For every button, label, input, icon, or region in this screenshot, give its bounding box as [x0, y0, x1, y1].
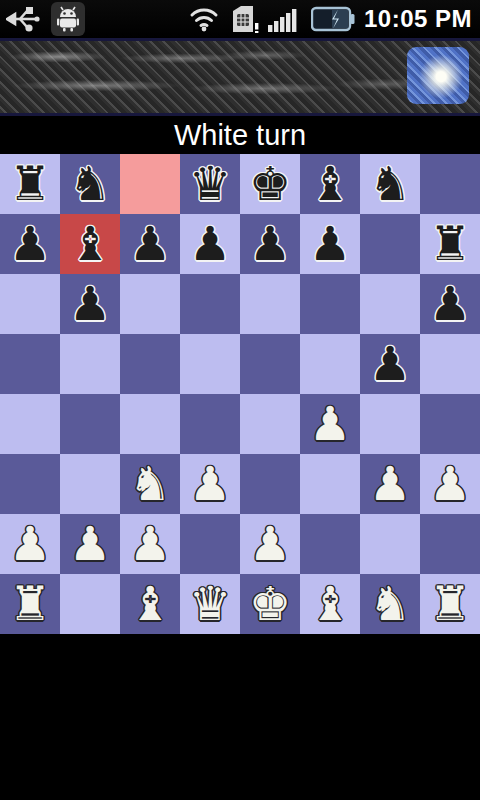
square-h8[interactable] [420, 154, 480, 214]
square-b2[interactable]: ♟ [60, 514, 120, 574]
piece-white-pawn: ♟ [240, 514, 300, 574]
square-f2[interactable] [300, 514, 360, 574]
signal-strength-icon [268, 6, 302, 32]
square-d6[interactable] [180, 274, 240, 334]
sim-card-icon [229, 5, 259, 33]
square-b4[interactable] [60, 394, 120, 454]
square-c8-move-from[interactable] [120, 154, 180, 214]
square-f4[interactable]: ♟ [300, 394, 360, 454]
piece-white-bishop: ♝ [300, 574, 360, 634]
square-g6[interactable] [360, 274, 420, 334]
square-g4[interactable] [360, 394, 420, 454]
square-f1[interactable]: ♝ [300, 574, 360, 634]
square-d8[interactable]: ♛ [180, 154, 240, 214]
square-h5[interactable] [420, 334, 480, 394]
piece-white-king: ♚ [240, 574, 300, 634]
square-g7[interactable] [360, 214, 420, 274]
piece-black-bishop: ♝ [60, 214, 120, 274]
square-h2[interactable] [420, 514, 480, 574]
square-e5[interactable] [240, 334, 300, 394]
piece-black-pawn: ♟ [0, 214, 60, 274]
piece-white-knight: ♞ [360, 574, 420, 634]
adb-debug-icon [51, 2, 85, 36]
square-b8[interactable]: ♞ [60, 154, 120, 214]
piece-white-queen: ♛ [180, 574, 240, 634]
ad-thumbnail [407, 47, 469, 104]
piece-white-pawn: ♟ [300, 394, 360, 454]
status-bar: 10:05 PM [0, 0, 480, 38]
battery-charging-icon [311, 5, 355, 33]
square-d7[interactable]: ♟ [180, 214, 240, 274]
square-d5[interactable] [180, 334, 240, 394]
piece-white-pawn: ♟ [360, 454, 420, 514]
piece-white-pawn: ♟ [60, 514, 120, 574]
square-d3[interactable]: ♟ [180, 454, 240, 514]
square-h3[interactable]: ♟ [420, 454, 480, 514]
square-e4[interactable] [240, 394, 300, 454]
square-a6[interactable] [0, 274, 60, 334]
square-g8[interactable]: ♞ [360, 154, 420, 214]
square-e3[interactable] [240, 454, 300, 514]
square-h4[interactable] [420, 394, 480, 454]
square-e2[interactable]: ♟ [240, 514, 300, 574]
piece-white-bishop: ♝ [120, 574, 180, 634]
square-h7[interactable]: ♜ [420, 214, 480, 274]
square-d2[interactable] [180, 514, 240, 574]
square-g2[interactable] [360, 514, 420, 574]
square-a7[interactable]: ♟ [0, 214, 60, 274]
piece-black-rook: ♜ [420, 214, 480, 274]
piece-black-knight: ♞ [360, 154, 420, 214]
piece-white-knight: ♞ [120, 454, 180, 514]
bottom-filler [0, 634, 480, 800]
square-g5[interactable]: ♟ [360, 334, 420, 394]
square-b3[interactable] [60, 454, 120, 514]
square-e8[interactable]: ♚ [240, 154, 300, 214]
wifi-icon [188, 6, 220, 32]
piece-white-pawn: ♟ [180, 454, 240, 514]
square-c1[interactable]: ♝ [120, 574, 180, 634]
piece-white-pawn: ♟ [420, 454, 480, 514]
piece-white-rook: ♜ [420, 574, 480, 634]
piece-black-queen: ♛ [180, 154, 240, 214]
piece-black-pawn: ♟ [240, 214, 300, 274]
usb-icon [6, 5, 42, 33]
piece-black-knight: ♞ [60, 154, 120, 214]
square-b7-move-to[interactable]: ♝ [60, 214, 120, 274]
square-c2[interactable]: ♟ [120, 514, 180, 574]
piece-black-pawn: ♟ [300, 214, 360, 274]
square-c5[interactable] [120, 334, 180, 394]
piece-black-pawn: ♟ [420, 274, 480, 334]
piece-black-pawn: ♟ [60, 274, 120, 334]
square-a1[interactable]: ♜ [0, 574, 60, 634]
square-a3[interactable] [0, 454, 60, 514]
square-b5[interactable] [60, 334, 120, 394]
square-c4[interactable] [120, 394, 180, 454]
piece-black-bishop: ♝ [300, 154, 360, 214]
square-b1[interactable] [60, 574, 120, 634]
square-f6[interactable] [300, 274, 360, 334]
piece-black-king: ♚ [240, 154, 300, 214]
chess-board: ♜♞♛♚♝♞♟♝♟♟♟♟♜♟♟♟♟♞♟♟♟♟♟♟♟♜♝♛♚♝♞♜ [0, 154, 480, 634]
square-a8[interactable]: ♜ [0, 154, 60, 214]
piece-white-pawn: ♟ [120, 514, 180, 574]
ad-banner[interactable] [0, 38, 480, 116]
square-c3[interactable]: ♞ [120, 454, 180, 514]
square-c6[interactable] [120, 274, 180, 334]
square-d1[interactable]: ♛ [180, 574, 240, 634]
turn-indicator: White turn [174, 119, 306, 152]
square-a2[interactable]: ♟ [0, 514, 60, 574]
piece-black-pawn: ♟ [360, 334, 420, 394]
square-e1[interactable]: ♚ [240, 574, 300, 634]
piece-black-pawn: ♟ [180, 214, 240, 274]
piece-white-pawn: ♟ [0, 514, 60, 574]
piece-white-rook: ♜ [0, 574, 60, 634]
square-f3[interactable] [300, 454, 360, 514]
piece-black-rook: ♜ [0, 154, 60, 214]
square-e7[interactable]: ♟ [240, 214, 300, 274]
square-e6[interactable] [240, 274, 300, 334]
square-c7[interactable]: ♟ [120, 214, 180, 274]
square-g3[interactable]: ♟ [360, 454, 420, 514]
square-h1[interactable]: ♜ [420, 574, 480, 634]
square-d4[interactable] [180, 394, 240, 454]
square-f7[interactable]: ♟ [300, 214, 360, 274]
square-f5[interactable] [300, 334, 360, 394]
square-g1[interactable]: ♞ [360, 574, 420, 634]
clock-time: 10:05 PM [364, 5, 474, 33]
square-a4[interactable] [0, 394, 60, 454]
piece-black-pawn: ♟ [120, 214, 180, 274]
square-h6[interactable]: ♟ [420, 274, 480, 334]
square-f8[interactable]: ♝ [300, 154, 360, 214]
square-b6[interactable]: ♟ [60, 274, 120, 334]
turn-indicator-bar: White turn [0, 116, 480, 154]
square-a5[interactable] [0, 334, 60, 394]
